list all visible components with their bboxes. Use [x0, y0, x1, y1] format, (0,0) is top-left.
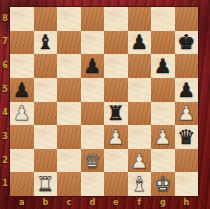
square-d5[interactable]: [81, 78, 105, 102]
square-d7[interactable]: [81, 31, 105, 55]
square-d4[interactable]: [81, 102, 105, 126]
square-a3[interactable]: [10, 125, 34, 149]
black-bishop-b7[interactable]: ♝: [36, 32, 54, 52]
square-d1[interactable]: [81, 172, 105, 196]
square-b7[interactable]: ♝: [34, 31, 58, 55]
square-c5[interactable]: [57, 78, 81, 102]
black-pawn-h5[interactable]: ♟: [177, 79, 195, 99]
square-a6[interactable]: [10, 54, 34, 78]
square-b1[interactable]: ♜: [34, 172, 58, 196]
black-pawn-f7[interactable]: ♟: [130, 32, 148, 52]
square-e6[interactable]: [104, 54, 128, 78]
square-e8[interactable]: [104, 7, 128, 31]
square-g8[interactable]: [151, 7, 175, 31]
white-pawn-h4[interactable]: ♟: [177, 103, 195, 123]
file-label-b: b: [34, 199, 58, 209]
square-b2[interactable]: [34, 149, 58, 173]
square-c1[interactable]: [57, 172, 81, 196]
square-b5[interactable]: [34, 78, 58, 102]
rank-label-4: 4: [0, 109, 10, 117]
chess-board: ♝♟♚♟♟♟♟♟♜♟♟♟♛♛♟♜♝♚: [10, 7, 198, 196]
black-pawn-d6[interactable]: ♟: [83, 56, 101, 76]
square-h4[interactable]: ♟: [175, 102, 199, 126]
rank-label-8: 8: [0, 15, 10, 23]
file-label-f: f: [128, 199, 152, 209]
square-d6[interactable]: ♟: [81, 54, 105, 78]
file-label-d: d: [81, 199, 105, 209]
square-a4[interactable]: ♟: [10, 102, 34, 126]
square-c3[interactable]: [57, 125, 81, 149]
square-g7[interactable]: [151, 31, 175, 55]
black-pawn-a5[interactable]: ♟: [13, 79, 31, 99]
white-rook-b1[interactable]: ♜: [36, 174, 54, 194]
square-f8[interactable]: [128, 7, 152, 31]
square-d8[interactable]: [81, 7, 105, 31]
square-b6[interactable]: [34, 54, 58, 78]
rank-label-1: 1: [0, 180, 10, 188]
square-d3[interactable]: [81, 125, 105, 149]
square-h1[interactable]: [175, 172, 199, 196]
white-king-g1[interactable]: ♚: [154, 174, 172, 194]
square-f7[interactable]: ♟: [128, 31, 152, 55]
file-label-g: g: [151, 199, 175, 209]
square-h7[interactable]: ♚: [175, 31, 199, 55]
black-rook-e4[interactable]: ♜: [107, 103, 125, 123]
square-g6[interactable]: ♟: [151, 54, 175, 78]
square-f2[interactable]: ♟: [128, 149, 152, 173]
white-pawn-a4[interactable]: ♟: [13, 103, 31, 123]
board-frame: ♝♟♚♟♟♟♟♟♜♟♟♟♛♛♟♜♝♚ 87654321 abcdefgh: [0, 0, 210, 209]
square-h3[interactable]: ♛: [175, 125, 199, 149]
square-f3[interactable]: [128, 125, 152, 149]
black-queen-h3[interactable]: ♛: [177, 126, 195, 146]
white-pawn-g3[interactable]: ♟: [154, 126, 172, 146]
square-b8[interactable]: [34, 7, 58, 31]
square-b3[interactable]: [34, 125, 58, 149]
square-f6[interactable]: [128, 54, 152, 78]
square-c2[interactable]: [57, 149, 81, 173]
white-pawn-f2[interactable]: ♟: [130, 150, 148, 170]
square-a7[interactable]: [10, 31, 34, 55]
square-c7[interactable]: [57, 31, 81, 55]
square-f4[interactable]: [128, 102, 152, 126]
square-c8[interactable]: [57, 7, 81, 31]
square-f5[interactable]: [128, 78, 152, 102]
square-g5[interactable]: [151, 78, 175, 102]
square-g2[interactable]: [151, 149, 175, 173]
rank-label-5: 5: [0, 86, 10, 94]
black-king-h7[interactable]: ♚: [177, 32, 195, 52]
square-a5[interactable]: ♟: [10, 78, 34, 102]
square-e1[interactable]: [104, 172, 128, 196]
rank-label-2: 2: [0, 157, 10, 165]
square-h5[interactable]: ♟: [175, 78, 199, 102]
square-e5[interactable]: [104, 78, 128, 102]
square-h6[interactable]: [175, 54, 199, 78]
rank-label-7: 7: [0, 38, 10, 46]
black-pawn-g6[interactable]: ♟: [154, 56, 172, 76]
rank-label-3: 3: [0, 133, 10, 141]
file-label-e: e: [104, 199, 128, 209]
square-c4[interactable]: [57, 102, 81, 126]
file-label-c: c: [57, 199, 81, 209]
white-pawn-e3[interactable]: ♟: [107, 126, 125, 146]
square-f1[interactable]: ♝: [128, 172, 152, 196]
white-queen-d2[interactable]: ♛: [83, 150, 101, 170]
square-d2[interactable]: ♛: [81, 149, 105, 173]
square-a2[interactable]: [10, 149, 34, 173]
file-label-a: a: [10, 199, 34, 209]
square-e4[interactable]: ♜: [104, 102, 128, 126]
rank-label-6: 6: [0, 62, 10, 70]
square-h2[interactable]: [175, 149, 199, 173]
square-b4[interactable]: [34, 102, 58, 126]
file-label-h: h: [175, 199, 199, 209]
square-c6[interactable]: [57, 54, 81, 78]
square-e7[interactable]: [104, 31, 128, 55]
white-bishop-f1[interactable]: ♝: [130, 174, 148, 194]
square-g4[interactable]: [151, 102, 175, 126]
square-a1[interactable]: [10, 172, 34, 196]
square-e3[interactable]: ♟: [104, 125, 128, 149]
square-e2[interactable]: [104, 149, 128, 173]
square-g3[interactable]: ♟: [151, 125, 175, 149]
square-g1[interactable]: ♚: [151, 172, 175, 196]
square-a8[interactable]: [10, 7, 34, 31]
square-h8[interactable]: [175, 7, 199, 31]
